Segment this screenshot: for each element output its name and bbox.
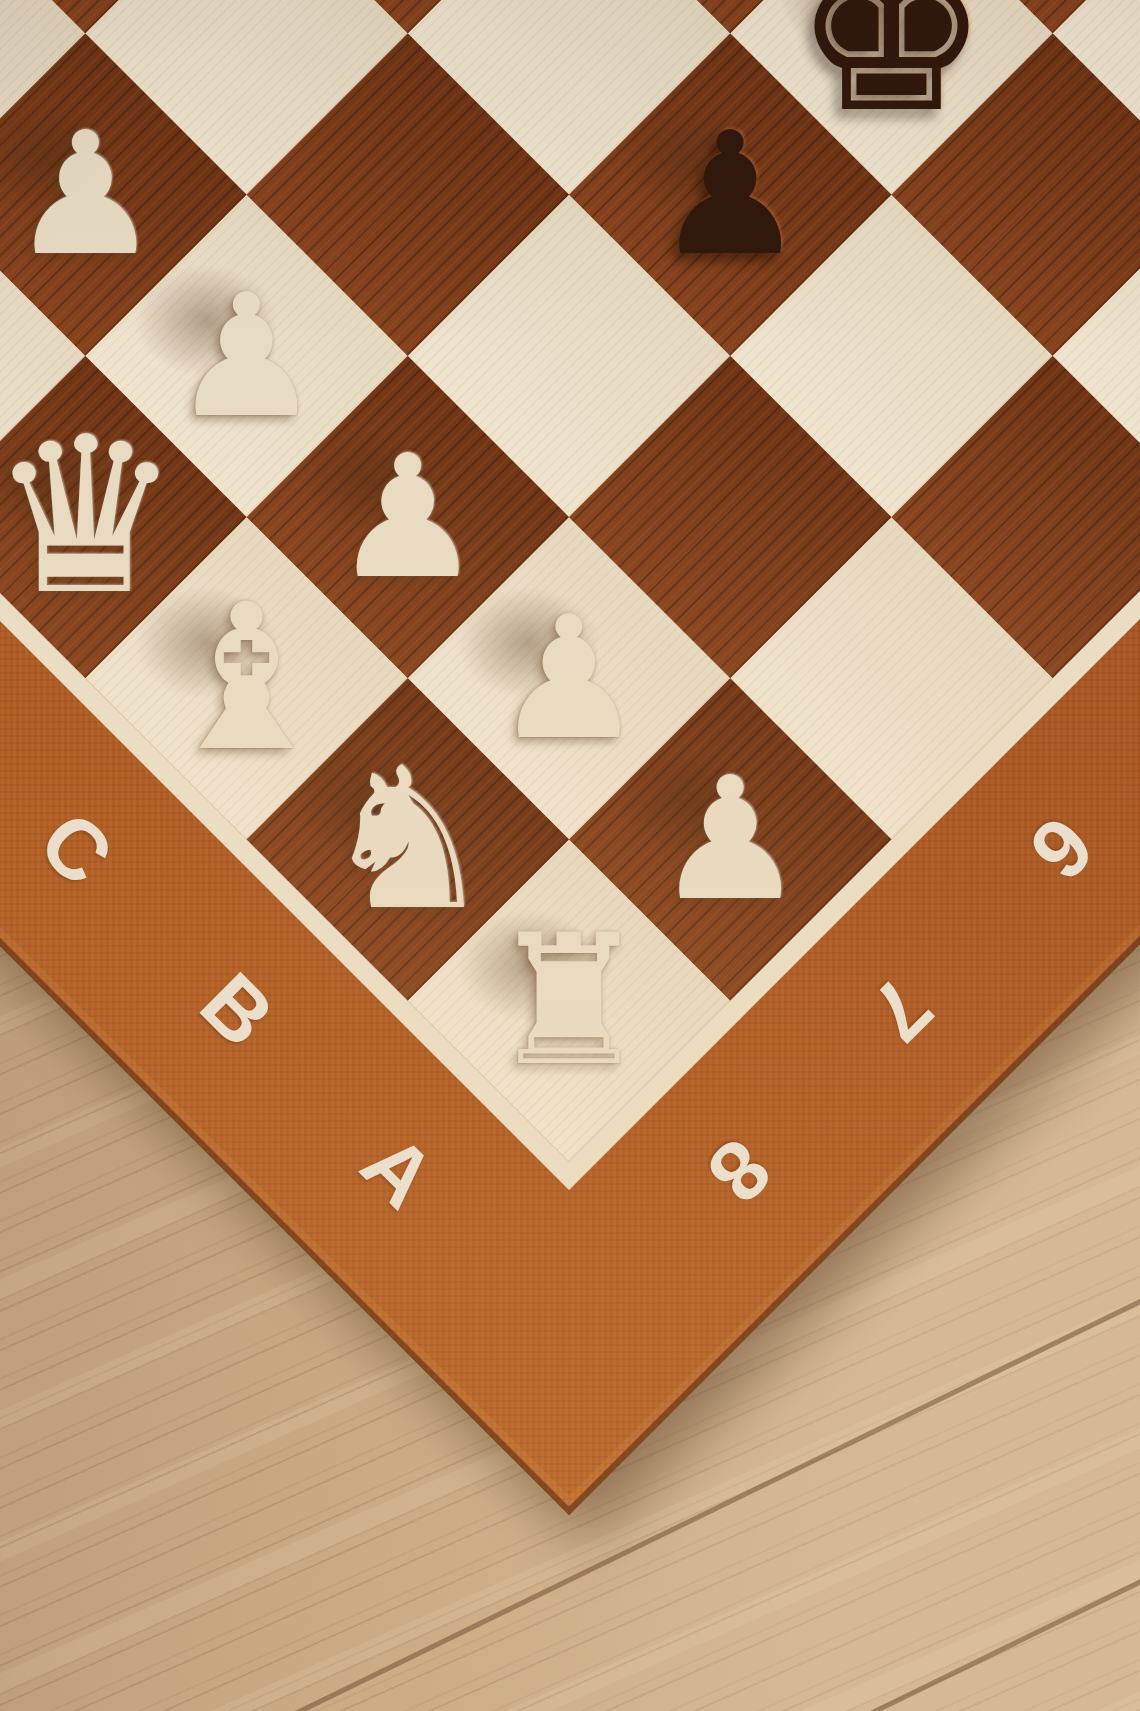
black-king-piece: ♚ (777, 0, 1005, 147)
white-pawn-piece: ♟ (0, 0, 38, 147)
piece-glyph: ♚ (793, 0, 990, 143)
